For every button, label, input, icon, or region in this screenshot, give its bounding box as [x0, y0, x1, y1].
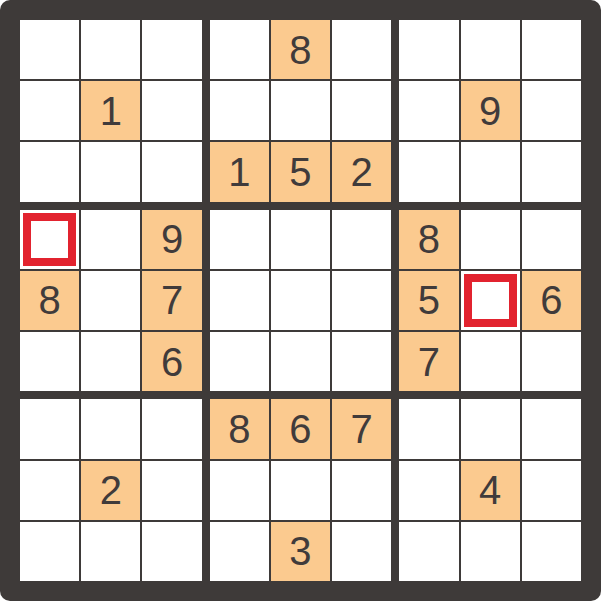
sudoku-cell-r3c5[interactable]: 5: [271, 142, 330, 201]
sudoku-cell-r4c6[interactable]: [332, 210, 391, 269]
sudoku-cell-r2c1[interactable]: [20, 81, 79, 140]
sudoku-cell-r2c6[interactable]: [332, 81, 391, 140]
sudoku-cell-r5c4[interactable]: [210, 271, 269, 330]
sudoku-cell-r9c5[interactable]: 3: [271, 522, 330, 581]
sudoku-cell-r5c7[interactable]: 5: [399, 271, 458, 330]
sudoku-board: 81915298875667867243: [0, 0, 601, 601]
sudoku-cell-r1c1[interactable]: [20, 20, 79, 79]
sudoku-cell-r8c8[interactable]: 4: [461, 461, 520, 520]
sudoku-cell-r6c7[interactable]: 7: [399, 332, 458, 391]
sudoku-cell-r8c1[interactable]: [20, 461, 79, 520]
sudoku-cell-r7c1[interactable]: [20, 399, 79, 458]
sudoku-cell-r4c7[interactable]: 8: [399, 210, 458, 269]
sudoku-cell-r7c3[interactable]: [142, 399, 201, 458]
sudoku-cell-r4c8[interactable]: [461, 210, 520, 269]
sudoku-cell-r9c1[interactable]: [20, 522, 79, 581]
sudoku-cell-r2c5[interactable]: [271, 81, 330, 140]
sudoku-cell-r3c1[interactable]: [20, 142, 79, 201]
sudoku-cell-r1c5[interactable]: 8: [271, 20, 330, 79]
sudoku-cell-r5c1[interactable]: 8: [20, 271, 79, 330]
sudoku-cell-r7c4[interactable]: 8: [210, 399, 269, 458]
sudoku-cell-r3c3[interactable]: [142, 142, 201, 201]
sudoku-cell-r7c6[interactable]: 7: [332, 399, 391, 458]
sudoku-cell-r4c1[interactable]: [20, 210, 79, 269]
sudoku-cell-r1c3[interactable]: [142, 20, 201, 79]
sudoku-cell-r3c8[interactable]: [461, 142, 520, 201]
sudoku-cell-r1c4[interactable]: [210, 20, 269, 79]
sudoku-cell-r1c2[interactable]: [81, 20, 140, 79]
sudoku-cell-r5c5[interactable]: [271, 271, 330, 330]
sudoku-cell-r3c4[interactable]: 1: [210, 142, 269, 201]
sudoku-cell-r2c9[interactable]: [522, 81, 581, 140]
sudoku-cell-r7c8[interactable]: [461, 399, 520, 458]
sudoku-cell-r3c7[interactable]: [399, 142, 458, 201]
sudoku-cell-r1c6[interactable]: [332, 20, 391, 79]
sudoku-cell-r9c2[interactable]: [81, 522, 140, 581]
sudoku-cell-r4c4[interactable]: [210, 210, 269, 269]
sudoku-cell-r7c9[interactable]: [522, 399, 581, 458]
sudoku-cell-r8c5[interactable]: [271, 461, 330, 520]
sudoku-cell-r6c2[interactable]: [81, 332, 140, 391]
sudoku-cell-r3c9[interactable]: [522, 142, 581, 201]
sudoku-cell-r9c9[interactable]: [522, 522, 581, 581]
sudoku-cell-r3c2[interactable]: [81, 142, 140, 201]
sudoku-cell-r7c2[interactable]: [81, 399, 140, 458]
sudoku-cell-r5c6[interactable]: [332, 271, 391, 330]
sudoku-cell-r7c7[interactable]: [399, 399, 458, 458]
sudoku-cell-r8c4[interactable]: [210, 461, 269, 520]
sudoku-grid: 81915298875667867243: [20, 20, 581, 581]
sudoku-cell-r9c3[interactable]: [142, 522, 201, 581]
sudoku-cell-r2c3[interactable]: [142, 81, 201, 140]
sudoku-cell-r8c2[interactable]: 2: [81, 461, 140, 520]
sudoku-cell-r9c4[interactable]: [210, 522, 269, 581]
sudoku-cell-r5c8[interactable]: [461, 271, 520, 330]
sudoku-cell-r1c8[interactable]: [461, 20, 520, 79]
sudoku-cell-r6c6[interactable]: [332, 332, 391, 391]
sudoku-cell-r3c6[interactable]: 2: [332, 142, 391, 201]
sudoku-cell-r5c9[interactable]: 6: [522, 271, 581, 330]
sudoku-cell-r6c8[interactable]: [461, 332, 520, 391]
sudoku-cell-r8c7[interactable]: [399, 461, 458, 520]
sudoku-cell-r4c9[interactable]: [522, 210, 581, 269]
sudoku-cell-r6c5[interactable]: [271, 332, 330, 391]
sudoku-cell-r5c3[interactable]: 7: [142, 271, 201, 330]
sudoku-cell-r5c2[interactable]: [81, 271, 140, 330]
sudoku-cell-r9c6[interactable]: [332, 522, 391, 581]
sudoku-cell-r2c7[interactable]: [399, 81, 458, 140]
sudoku-cell-r8c6[interactable]: [332, 461, 391, 520]
sudoku-cell-r4c5[interactable]: [271, 210, 330, 269]
sudoku-cell-r4c3[interactable]: 9: [142, 210, 201, 269]
sudoku-cell-r2c8[interactable]: 9: [461, 81, 520, 140]
sudoku-cell-r1c9[interactable]: [522, 20, 581, 79]
sudoku-cell-r6c1[interactable]: [20, 332, 79, 391]
sudoku-cell-r2c4[interactable]: [210, 81, 269, 140]
sudoku-cell-r9c7[interactable]: [399, 522, 458, 581]
sudoku-cell-r1c7[interactable]: [399, 20, 458, 79]
sudoku-cell-r6c9[interactable]: [522, 332, 581, 391]
sudoku-cell-r7c5[interactable]: 6: [271, 399, 330, 458]
sudoku-cell-r4c2[interactable]: [81, 210, 140, 269]
sudoku-cell-r9c8[interactable]: [461, 522, 520, 581]
sudoku-cell-r6c3[interactable]: 6: [142, 332, 201, 391]
sudoku-cell-r2c2[interactable]: 1: [81, 81, 140, 140]
sudoku-cell-r6c4[interactable]: [210, 332, 269, 391]
sudoku-cell-r8c9[interactable]: [522, 461, 581, 520]
sudoku-cell-r8c3[interactable]: [142, 461, 201, 520]
